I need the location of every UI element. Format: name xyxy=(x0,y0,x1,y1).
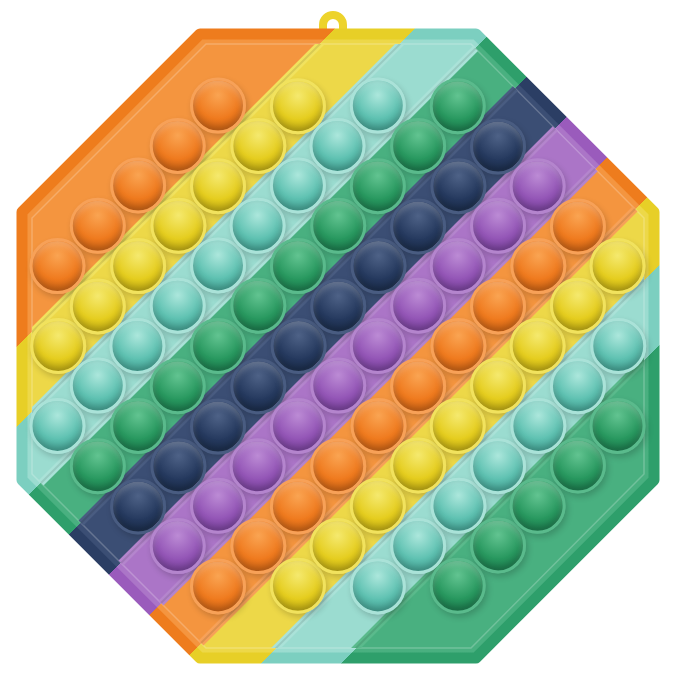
product-photo xyxy=(0,0,700,700)
